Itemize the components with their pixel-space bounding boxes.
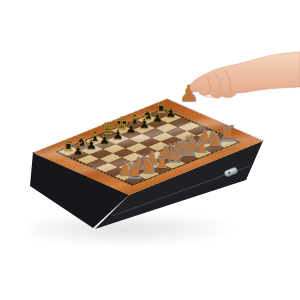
piece-black-pawn-b7[interactable]: ♟ — [85, 139, 98, 152]
floor-shadow — [30, 212, 240, 246]
piece-black-pawn-a7[interactable]: ♟ — [71, 145, 84, 158]
piece-white-pawn-held[interactable]: ♟ — [178, 82, 200, 104]
piece-white-rook-a1[interactable]: ♜ — [124, 161, 146, 183]
piece-black-pawn-h7[interactable]: ♟ — [164, 107, 177, 120]
piece-black-pawn-d7[interactable]: ♟ — [111, 129, 124, 142]
piece-black-pawn-g7[interactable]: ♟ — [151, 112, 164, 125]
piece-black-pawn-f7[interactable]: ♟ — [138, 118, 151, 131]
piece-black-pawn-e7[interactable]: ♟ — [124, 123, 137, 136]
piece-black-pawn-c7[interactable]: ♟ — [98, 134, 111, 147]
hand-icon — [190, 52, 300, 98]
chess-set-photo: ♜♞♝♛♚♝♞♜♟♟♟♟♟♟♟♟♟♟♟♟♟♟♟♜♞♝♛♚♝♞♜♟ — [0, 0, 300, 300]
